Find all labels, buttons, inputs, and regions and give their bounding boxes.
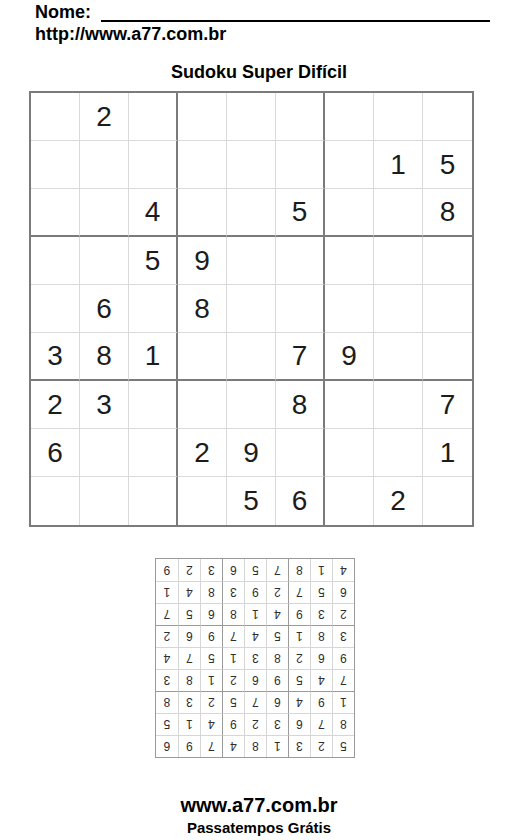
cell-r4c5 <box>227 237 276 285</box>
cell-r3c9: 8 <box>423 189 472 237</box>
sudoku-grid: 21545859683817923876291562 <box>29 91 474 527</box>
cell-r8c9: 1 <box>423 429 472 477</box>
cell-r3c8 <box>374 189 423 237</box>
solution-cell-r1c7: 7 <box>200 735 222 757</box>
cell-r8c1: 6 <box>31 429 80 477</box>
solution-cell-r8c1: 6 <box>332 581 354 603</box>
solution-cell-r5c8: 7 <box>178 647 200 669</box>
solution-cell-r5c7: 5 <box>200 647 222 669</box>
cell-r4c7 <box>325 237 374 285</box>
cell-r8c5: 9 <box>227 429 276 477</box>
solution-cell-r8c7: 8 <box>200 581 222 603</box>
cell-r6c3: 1 <box>129 333 178 381</box>
solution-cell-r7c5: 1 <box>244 603 266 625</box>
solution-cell-r2c4: 3 <box>266 713 288 735</box>
solution-cell-r5c6: 1 <box>222 647 244 669</box>
solution-cell-r9c3: 8 <box>288 559 310 581</box>
cell-r5c1 <box>31 285 80 333</box>
cell-r2c1 <box>31 141 80 189</box>
cell-r5c8 <box>374 285 423 333</box>
solution-cell-r4c7: 1 <box>200 669 222 691</box>
solution-cell-r8c3: 7 <box>288 581 310 603</box>
cell-r9c9 <box>423 477 472 525</box>
solution-cell-r8c2: 5 <box>310 581 332 603</box>
solution-cell-r4c6: 2 <box>222 669 244 691</box>
cell-r2c8: 1 <box>374 141 423 189</box>
solution-cell-r4c5: 6 <box>244 669 266 691</box>
cell-r6c6: 7 <box>276 333 325 381</box>
solution-cell-r9c4: 7 <box>266 559 288 581</box>
cell-r6c2: 8 <box>80 333 129 381</box>
cell-r9c1 <box>31 477 80 525</box>
cell-r4c1 <box>31 237 80 285</box>
cell-r4c2 <box>80 237 129 285</box>
cell-r8c4: 2 <box>178 429 227 477</box>
solution-cell-r9c6: 6 <box>222 559 244 581</box>
cell-r9c7 <box>325 477 374 525</box>
solution-cell-r9c5: 5 <box>244 559 266 581</box>
solution-cell-r3c1: 1 <box>332 691 354 713</box>
cell-r4c6 <box>276 237 325 285</box>
solution-cell-r3c2: 9 <box>310 691 332 713</box>
cell-r2c2 <box>80 141 129 189</box>
cell-r2c6 <box>276 141 325 189</box>
cell-r5c9 <box>423 285 472 333</box>
site-url: http://www.a77.com.br <box>35 24 226 44</box>
solution-cell-r8c5: 9 <box>244 581 266 603</box>
cell-r5c5 <box>227 285 276 333</box>
footer-site: www.a77.com.br <box>0 794 518 817</box>
solution-cell-r5c3: 2 <box>288 647 310 669</box>
cell-r7c2: 3 <box>80 381 129 429</box>
cell-r7c6: 8 <box>276 381 325 429</box>
cell-r7c8 <box>374 381 423 429</box>
cell-r9c5: 5 <box>227 477 276 525</box>
cell-r6c8 <box>374 333 423 381</box>
cell-r7c1: 2 <box>31 381 80 429</box>
cell-r6c1: 3 <box>31 333 80 381</box>
solution-cell-r4c2: 4 <box>310 669 332 691</box>
cell-r3c5 <box>227 189 276 237</box>
cell-r1c5 <box>227 93 276 141</box>
solution-cell-r1c1: 5 <box>332 735 354 757</box>
solution-cell-r5c4: 8 <box>266 647 288 669</box>
cell-r8c2 <box>80 429 129 477</box>
cell-r5c7 <box>325 285 374 333</box>
name-label: Nome: <box>35 2 91 22</box>
solution-cell-r6c5: 4 <box>244 625 266 647</box>
solution-cell-r5c1: 9 <box>332 647 354 669</box>
cell-r2c7 <box>325 141 374 189</box>
solution-cell-r2c7: 4 <box>200 713 222 735</box>
solution-cell-r3c8: 3 <box>178 691 200 713</box>
solution-cell-r8c9: 1 <box>156 581 178 603</box>
solution-cell-r1c6: 4 <box>222 735 244 757</box>
solution-cell-r9c8: 2 <box>178 559 200 581</box>
cell-r7c3 <box>129 381 178 429</box>
cell-r2c5 <box>227 141 276 189</box>
solution-cell-r9c9: 9 <box>156 559 178 581</box>
cell-r4c4: 9 <box>178 237 227 285</box>
solution-cell-r4c1: 7 <box>332 669 354 691</box>
solution-cell-r9c7: 3 <box>200 559 222 581</box>
solution-cell-r8c8: 4 <box>178 581 200 603</box>
solution-cell-r1c2: 2 <box>310 735 332 757</box>
cell-r7c5 <box>227 381 276 429</box>
cell-r7c4 <box>178 381 227 429</box>
solution-cell-r9c2: 1 <box>310 559 332 581</box>
solution-cell-r4c8: 8 <box>178 669 200 691</box>
solution-cell-r2c1: 8 <box>332 713 354 735</box>
cell-r5c6 <box>276 285 325 333</box>
solution-cell-r4c4: 9 <box>266 669 288 691</box>
solution-cell-r7c3: 9 <box>288 603 310 625</box>
solution-cell-r1c5: 8 <box>244 735 266 757</box>
solution-cell-r6c7: 9 <box>200 625 222 647</box>
cell-r8c8 <box>374 429 423 477</box>
cell-r1c1 <box>31 93 80 141</box>
solution-cell-r5c2: 6 <box>310 647 332 669</box>
cell-r1c2: 2 <box>80 93 129 141</box>
cell-r9c4 <box>178 477 227 525</box>
solution-cell-r7c6: 8 <box>222 603 244 625</box>
solution-cell-r3c5: 7 <box>244 691 266 713</box>
cell-r1c6 <box>276 93 325 141</box>
cell-r3c3: 4 <box>129 189 178 237</box>
solution-cell-r3c9: 8 <box>156 691 178 713</box>
solution-cell-r8c6: 3 <box>222 581 244 603</box>
solution-cell-r7c9: 7 <box>156 603 178 625</box>
solution-cell-r1c8: 9 <box>178 735 200 757</box>
cell-r7c9: 7 <box>423 381 472 429</box>
cell-r1c4 <box>178 93 227 141</box>
solution-cell-r3c7: 2 <box>200 691 222 713</box>
solution-cell-r8c4: 2 <box>266 581 288 603</box>
cell-r4c3: 5 <box>129 237 178 285</box>
solution-cell-r6c4: 5 <box>266 625 288 647</box>
solution-cell-r6c3: 1 <box>288 625 310 647</box>
solution-cell-r7c7: 6 <box>200 603 222 625</box>
cell-r3c2 <box>80 189 129 237</box>
cell-r9c3 <box>129 477 178 525</box>
solution-cell-r7c1: 2 <box>332 603 354 625</box>
solution-cell-r1c4: 1 <box>266 735 288 757</box>
cell-r9c6: 6 <box>276 477 325 525</box>
solution-cell-r4c3: 5 <box>288 669 310 691</box>
cell-r6c5 <box>227 333 276 381</box>
cell-r2c9: 5 <box>423 141 472 189</box>
solution-cell-r2c9: 5 <box>156 713 178 735</box>
solution-cell-r3c4: 6 <box>266 691 288 713</box>
solution-cell-r3c3: 4 <box>288 691 310 713</box>
solution-cell-r9c1: 4 <box>332 559 354 581</box>
cell-r5c2: 6 <box>80 285 129 333</box>
cell-r3c6: 5 <box>276 189 325 237</box>
cell-r4c8 <box>374 237 423 285</box>
solution-cell-r6c6: 7 <box>222 625 244 647</box>
solution-cell-r1c9: 6 <box>156 735 178 757</box>
cell-r3c7 <box>325 189 374 237</box>
solution-cell-r7c4: 4 <box>266 603 288 625</box>
cell-r2c4 <box>178 141 227 189</box>
solution-cell-r6c2: 8 <box>310 625 332 647</box>
cell-r4c9 <box>423 237 472 285</box>
name-row: Nome: <box>35 2 490 22</box>
cell-r2c3 <box>129 141 178 189</box>
cell-r8c7 <box>325 429 374 477</box>
cell-r6c4 <box>178 333 227 381</box>
name-line <box>101 3 490 22</box>
solution-cell-r4c9: 3 <box>156 669 178 691</box>
solution-cell-r2c3: 6 <box>288 713 310 735</box>
cell-r5c4: 8 <box>178 285 227 333</box>
footer-tagline: Passatempos Grátis <box>0 819 518 836</box>
solution-cell-r2c8: 1 <box>178 713 200 735</box>
cell-r5c3 <box>129 285 178 333</box>
cell-r9c2 <box>80 477 129 525</box>
cell-r8c3 <box>129 429 178 477</box>
cell-r1c7 <box>325 93 374 141</box>
solution-cell-r6c8: 6 <box>178 625 200 647</box>
solution-cell-r7c8: 5 <box>178 603 200 625</box>
cell-r1c3 <box>129 93 178 141</box>
cell-r1c8 <box>374 93 423 141</box>
cell-r9c8: 2 <box>374 477 423 525</box>
cell-r3c1 <box>31 189 80 237</box>
solution-cell-r2c2: 7 <box>310 713 332 735</box>
solution-grid: 5231847968763294151946752387459621839628… <box>155 558 355 758</box>
cell-r6c7: 9 <box>325 333 374 381</box>
cell-r6c9 <box>423 333 472 381</box>
solution-cell-r6c9: 2 <box>156 625 178 647</box>
solution-cell-r3c6: 5 <box>222 691 244 713</box>
cell-r1c9 <box>423 93 472 141</box>
solution-cell-r2c6: 9 <box>222 713 244 735</box>
solution-cell-r1c3: 3 <box>288 735 310 757</box>
cell-r3c4 <box>178 189 227 237</box>
solution-cell-r2c5: 2 <box>244 713 266 735</box>
solution-cell-r5c5: 3 <box>244 647 266 669</box>
cell-r7c7 <box>325 381 374 429</box>
solution-cell-r5c9: 4 <box>156 647 178 669</box>
cell-r8c6 <box>276 429 325 477</box>
page-title: Sudoku Super Difícil <box>0 62 518 83</box>
solution-cell-r6c1: 3 <box>332 625 354 647</box>
solution-cell-r7c2: 3 <box>310 603 332 625</box>
